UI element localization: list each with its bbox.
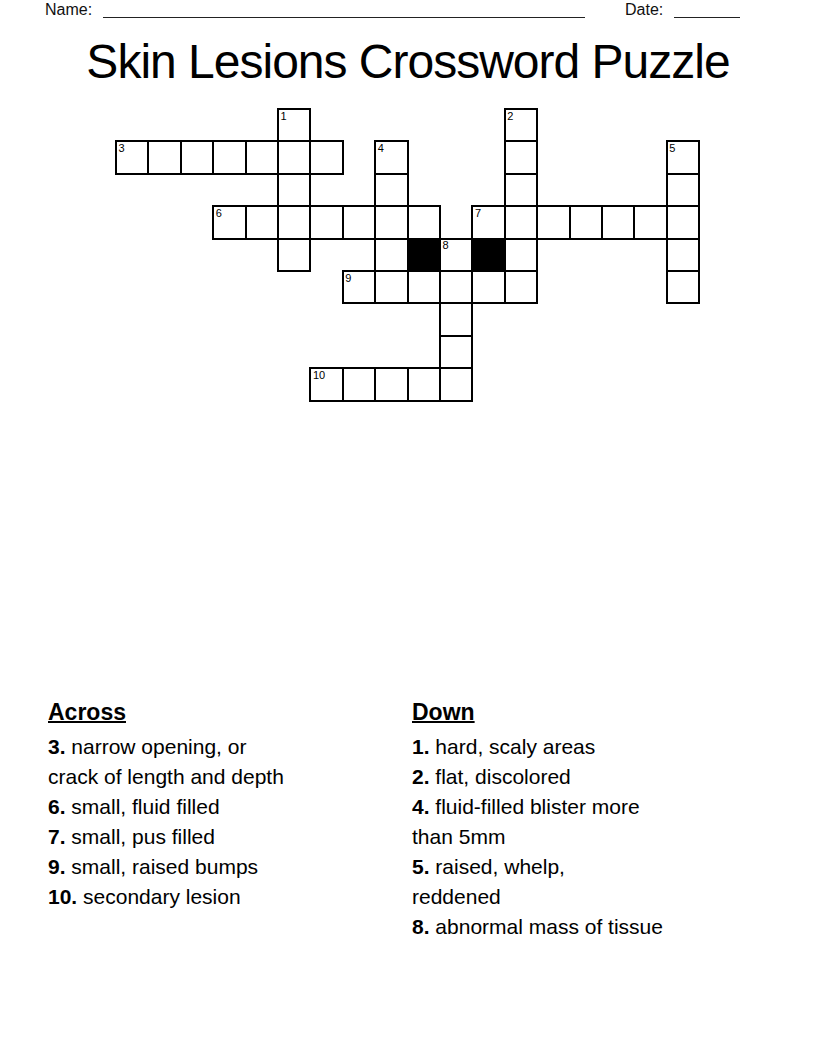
clue-number: 5. [412,855,430,878]
grid-cell[interactable] [504,205,538,239]
grid-cell[interactable] [212,140,246,174]
clue-text-line: reddened [412,882,752,912]
clue-number: 10. [48,885,77,908]
grid-cell[interactable] [374,367,408,401]
grid-cell[interactable] [504,108,538,142]
clue-number: 3. [48,735,66,758]
grid-cell[interactable] [666,173,700,207]
page-title: Skin Lesions Crossword Puzzle [0,34,816,90]
clue-text-line: 9. small, raised bumps [48,852,380,882]
down-clue-list: 1. hard, scaly areas2. flat, discolored4… [412,732,752,942]
grid-cell[interactable] [439,302,473,336]
clue-text-line: 4. fluid-filled blister more [412,792,752,822]
crossword-grid: 12345678910 [115,108,701,404]
clue-text-line: 6. small, fluid filled [48,792,380,822]
clue-number: 1. [412,735,430,758]
grid-cell[interactable] [115,140,149,174]
grid-cell[interactable] [666,238,700,272]
grid-cell[interactable] [569,205,603,239]
grid-cell[interactable] [536,205,570,239]
grid-cell[interactable] [342,205,376,239]
clue-item: 1. hard, scaly areas [412,732,752,762]
grid-cell[interactable] [277,238,311,272]
grid-cell[interactable] [309,140,343,174]
name-label: Name: [45,0,92,19]
grid-cell[interactable] [277,140,311,174]
clue-text-line: 2. flat, discolored [412,762,752,792]
across-clues-section: Across 3. narrow opening, orcrack of len… [48,699,380,912]
grid-cell[interactable] [342,270,376,304]
grid-cell[interactable] [407,205,441,239]
clue-number: 7. [48,825,66,848]
clue-number: 6. [48,795,66,818]
grid-cell[interactable] [309,367,343,401]
grid-cell[interactable] [504,173,538,207]
clue-item: 6. small, fluid filled [48,792,380,822]
grid-cell[interactable] [504,238,538,272]
grid-cell[interactable] [212,205,246,239]
name-fill-line [103,0,585,18]
clue-text-line: 5. raised, whelp, [412,852,752,882]
clue-item: 2. flat, discolored [412,762,752,792]
clue-text-line: 7. small, pus filled [48,822,380,852]
date-fill-line [674,0,740,18]
grid-cell[interactable] [407,270,441,304]
grid-cell[interactable] [633,205,667,239]
grid-cell[interactable] [666,205,700,239]
grid-cell[interactable] [147,140,181,174]
grid-cell[interactable] [471,270,505,304]
black-cell [471,238,505,272]
clue-number: 8. [412,915,430,938]
down-heading: Down [412,699,752,726]
clue-item: 9. small, raised bumps [48,852,380,882]
grid-cell[interactable] [471,205,505,239]
grid-cell[interactable] [342,367,376,401]
across-clue-list: 3. narrow opening, orcrack of length and… [48,732,380,912]
clue-number: 2. [412,765,430,788]
clue-text-line: 1. hard, scaly areas [412,732,752,762]
clue-number: 4. [412,795,430,818]
grid-cell[interactable] [439,270,473,304]
grid-cell[interactable] [374,205,408,239]
grid-cell[interactable] [504,270,538,304]
worksheet-page: Name: Date: Skin Lesions Crossword Puzzl… [0,0,816,1056]
grid-cell[interactable] [666,270,700,304]
across-heading: Across [48,699,380,726]
date-label: Date: [625,0,663,19]
grid-cell[interactable] [180,140,214,174]
clue-text-line: 10. secondary lesion [48,882,380,912]
clue-item: 5. raised, whelp,reddened [412,852,752,912]
grid-cell[interactable] [439,238,473,272]
grid-cell[interactable] [374,238,408,272]
grid-cell[interactable] [407,367,441,401]
grid-cell[interactable] [277,173,311,207]
clue-text-line: crack of length and depth [48,762,380,792]
grid-cell[interactable] [277,205,311,239]
clue-item: 7. small, pus filled [48,822,380,852]
grid-cell[interactable] [374,270,408,304]
grid-cell[interactable] [601,205,635,239]
grid-cell[interactable] [374,173,408,207]
clue-item: 8. abnormal mass of tissue [412,912,752,942]
grid-cell[interactable] [666,140,700,174]
black-cell [407,238,441,272]
clue-text-line: than 5mm [412,822,752,852]
grid-cell[interactable] [277,108,311,142]
grid-cell[interactable] [245,140,279,174]
grid-cell[interactable] [245,205,279,239]
clue-text-line: 3. narrow opening, or [48,732,380,762]
clue-item: 4. fluid-filled blister morethan 5mm [412,792,752,852]
clue-item: 3. narrow opening, orcrack of length and… [48,732,380,792]
grid-cell[interactable] [439,335,473,369]
grid-cell[interactable] [439,367,473,401]
clue-item: 10. secondary lesion [48,882,380,912]
clue-number: 9. [48,855,66,878]
grid-cell[interactable] [309,205,343,239]
down-clues-section: Down 1. hard, scaly areas2. flat, discol… [412,699,752,942]
grid-cell[interactable] [374,140,408,174]
grid-cell[interactable] [504,140,538,174]
clue-text-line: 8. abnormal mass of tissue [412,912,752,942]
